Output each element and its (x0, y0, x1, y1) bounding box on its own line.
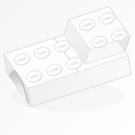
lego-piece-illustration: LEGOLEGOLEGOLEGOLEGOLEGOLEGOLEGOLEGOLEGO (0, 0, 135, 135)
product-image[interactable]: LEGOLEGOLEGOLEGOLEGOLEGOLEGOLEGOLEGOLEGO (0, 0, 135, 135)
